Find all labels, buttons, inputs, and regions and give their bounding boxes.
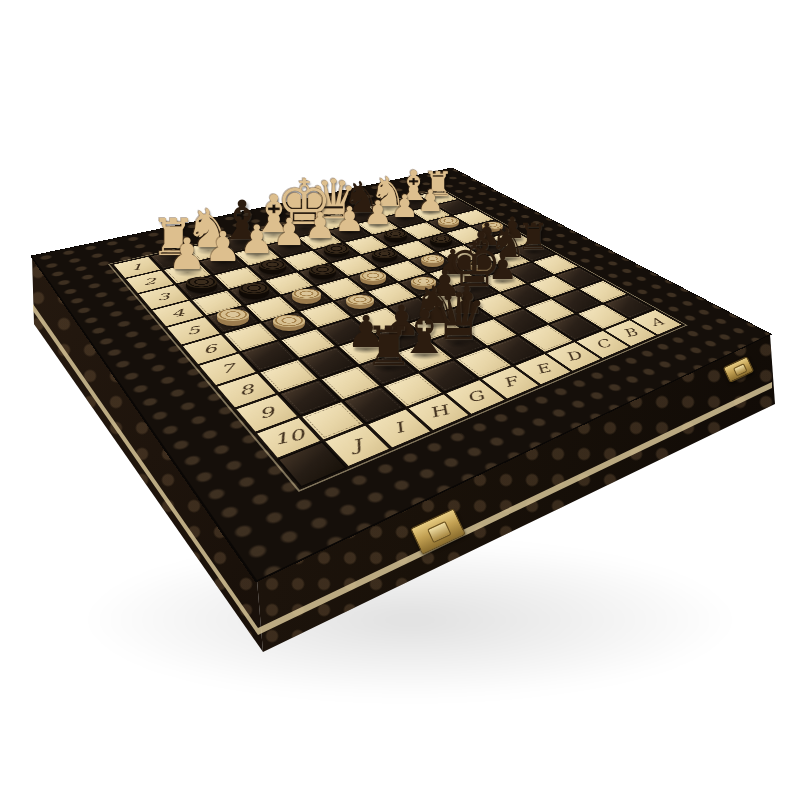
rank-label-text: 1 bbox=[130, 262, 143, 272]
light-pawn[interactable]: ♟ bbox=[166, 233, 209, 276]
product-photo-stage: 12345678910JIHGFEDCBA ♜♝♞♟♞♟♛♟♚♟♝♟♟♝♟♟♞♜… bbox=[0, 0, 800, 800]
file-label-text: I bbox=[391, 419, 408, 436]
checker-top-face bbox=[217, 309, 249, 321]
checker-top-face bbox=[259, 260, 287, 270]
rank-label-text: 3 bbox=[156, 291, 171, 303]
checker-top-face bbox=[292, 289, 321, 300]
dark-rook[interactable]: ♜ bbox=[361, 320, 415, 374]
dark-checker[interactable] bbox=[384, 230, 407, 242]
rank-label-text: 10 bbox=[271, 426, 307, 449]
file-label-text: F bbox=[499, 374, 522, 390]
file-label-text: H bbox=[425, 403, 452, 422]
rank-label-text: 7 bbox=[219, 361, 237, 376]
light-checker[interactable] bbox=[273, 315, 304, 331]
file-label-text: G bbox=[463, 388, 488, 405]
dark-checker[interactable] bbox=[186, 277, 217, 293]
file-label-text: J bbox=[349, 436, 366, 455]
file-label-text: D bbox=[561, 349, 586, 364]
rank-label-text: 8 bbox=[237, 382, 256, 399]
file-label-text: C bbox=[591, 337, 615, 351]
light-checker[interactable] bbox=[217, 309, 249, 326]
checker-top-face bbox=[324, 244, 349, 253]
dark-checker[interactable] bbox=[239, 283, 269, 299]
light-checker[interactable] bbox=[360, 271, 386, 285]
checker-top-face bbox=[273, 315, 304, 326]
file-label-text: E bbox=[531, 361, 555, 376]
file-label-text: B bbox=[619, 326, 642, 339]
rank-label-text: 6 bbox=[202, 342, 219, 356]
rank-label-text: 4 bbox=[170, 307, 185, 320]
file-label-text: A bbox=[645, 316, 668, 328]
checker-top-face bbox=[309, 265, 336, 275]
rank-label-text: 9 bbox=[257, 404, 277, 422]
checker-top-face bbox=[360, 271, 386, 281]
light-checker[interactable] bbox=[292, 289, 321, 304]
light-checker[interactable] bbox=[438, 217, 459, 228]
checker-top-face bbox=[239, 283, 269, 294]
rank-label-text: 2 bbox=[143, 276, 157, 287]
checker-top-face bbox=[372, 250, 396, 259]
checker-top-face bbox=[346, 295, 374, 305]
checker-top-face bbox=[438, 217, 459, 225]
dark-checker[interactable] bbox=[372, 250, 396, 263]
rank-label-text: 5 bbox=[185, 324, 201, 337]
checker-top-face bbox=[186, 277, 217, 288]
checker-top-face bbox=[384, 230, 407, 238]
